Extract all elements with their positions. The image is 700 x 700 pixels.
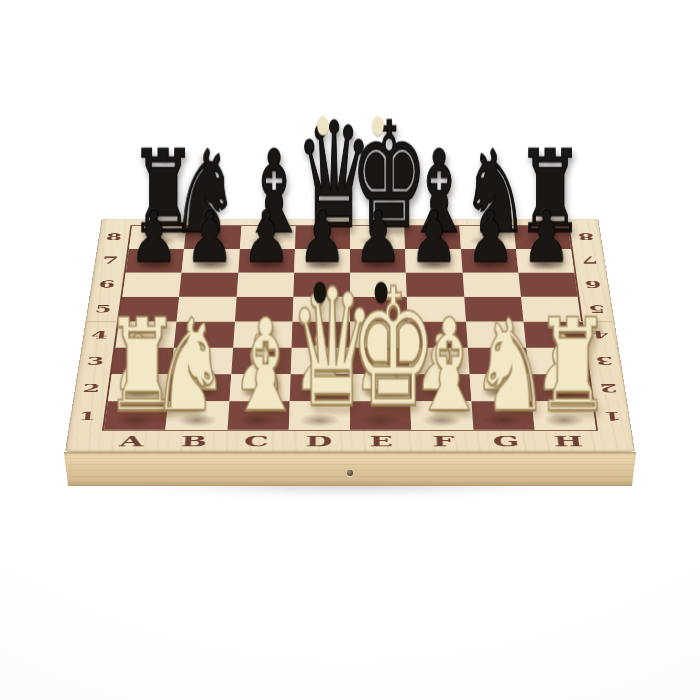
square-e1: ♚ — [350, 401, 411, 429]
rank-label-right-2: 2 — [590, 374, 627, 402]
squares-grid: ♜♞♝♛♚♝♞♜♟♟♟♟♟♟♟♟♟♟♟♟♟♟♟♟♜♞♝♛♚♝♞♜ — [102, 225, 598, 430]
piece-glyph: ♟ — [518, 201, 574, 272]
piece-glyph: ♞ — [473, 302, 534, 429]
piece-glyph: ♟ — [182, 201, 238, 272]
black-pawn-g7: ♟ — [462, 201, 518, 272]
rank-label-right-1: 1 — [594, 402, 632, 431]
file-label-c: C — [225, 431, 288, 452]
rank-label-right-4: 4 — [583, 322, 619, 348]
rank-label-right-6: 6 — [576, 272, 610, 296]
file-label-a: A — [99, 431, 164, 452]
white-knight-g1: ♞ — [473, 302, 534, 429]
square-a7: ♟ — [126, 249, 185, 273]
chess-photo-scene: 87654321 87654321 ABCDEFGH ♜♞♝♛♚♝♞♜♟♟♟♟♟… — [0, 0, 700, 700]
file-labels-bottom: ABCDEFGH — [99, 431, 601, 452]
finial-tip — [313, 281, 326, 302]
rank-label-left-7: 7 — [93, 248, 127, 272]
white-bishop-f1: ♝ — [411, 302, 472, 429]
file-label-g: G — [474, 431, 538, 452]
board-top-surface: 87654321 87654321 ABCDEFGH ♜♞♝♛♚♝♞♜♟♟♟♟♟… — [65, 219, 635, 452]
piece-glyph: ♟ — [126, 201, 182, 272]
board-front-edge — [64, 452, 636, 486]
piece-glyph: ♟ — [238, 201, 294, 272]
black-pawn-c7: ♟ — [238, 201, 294, 272]
square-f1: ♝ — [411, 401, 473, 429]
black-pawn-b7: ♟ — [182, 201, 238, 272]
square-g7: ♟ — [461, 249, 519, 273]
file-label-d: D — [287, 431, 350, 452]
white-king-e1: ♚ — [350, 267, 411, 430]
square-d1: ♛ — [289, 401, 350, 429]
file-label-h: H — [536, 431, 601, 452]
piece-glyph: ♝ — [411, 302, 472, 429]
rank-label-right-8: 8 — [570, 225, 603, 248]
piece-glyph: ♝ — [227, 302, 288, 429]
piece-glyph: ♟ — [462, 201, 518, 272]
piece-glyph: ♞ — [166, 302, 227, 429]
rank-label-left-1: 1 — [68, 402, 106, 431]
square-h7: ♟ — [516, 249, 575, 273]
rank-label-right-3: 3 — [587, 348, 623, 375]
hinge-pin-dot — [347, 470, 353, 476]
square-b7: ♟ — [182, 249, 240, 273]
rank-label-right-7: 7 — [573, 248, 607, 272]
square-g1: ♞ — [471, 401, 534, 429]
finial-tip — [372, 116, 383, 135]
square-h1: ♜ — [532, 401, 596, 429]
white-queen-d1: ♛ — [289, 267, 350, 430]
finial-tip — [374, 281, 387, 302]
white-bishop-c1: ♝ — [227, 302, 288, 429]
white-knight-b1: ♞ — [166, 302, 227, 429]
chess-board: 87654321 87654321 ABCDEFGH ♜♞♝♛♚♝♞♜♟♟♟♟♟… — [65, 219, 635, 452]
square-c7: ♟ — [238, 249, 295, 273]
black-pawn-a7: ♟ — [126, 201, 182, 272]
file-label-f: F — [412, 431, 475, 452]
square-b1: ♞ — [166, 401, 229, 429]
black-pawn-h7: ♟ — [518, 201, 574, 272]
file-label-b: B — [162, 431, 226, 452]
square-c1: ♝ — [227, 401, 289, 429]
file-label-e: E — [350, 431, 413, 452]
finial-tip — [317, 116, 328, 135]
rank-label-right-5: 5 — [579, 297, 614, 322]
